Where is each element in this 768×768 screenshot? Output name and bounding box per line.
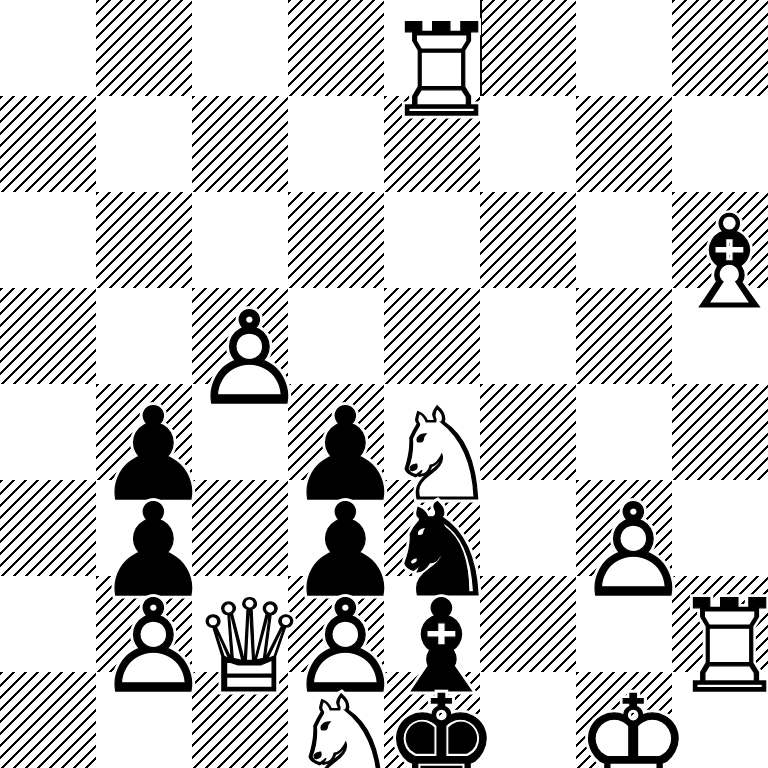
square-b4[interactable]: ♟♟ [96,384,192,480]
square-d8[interactable] [288,0,384,96]
square-e3[interactable]: ♞♞ [384,480,480,576]
black-king-glyph: ♚ [384,679,499,768]
white-rook-glyph: ♖ [384,7,499,135]
square-d3[interactable]: ♟♟ [288,480,384,576]
square-c7[interactable] [192,96,288,192]
square-b3[interactable]: ♟♟ [96,480,192,576]
square-c2[interactable]: ♛♕ [192,576,288,672]
square-g3[interactable]: ♟♙ [576,480,672,576]
piece-white-pawn[interactable]: ♟♙ [192,288,288,384]
square-c8[interactable] [192,0,288,96]
square-d2[interactable]: ♟♙ [288,576,384,672]
square-e8[interactable]: ♜♖ [384,0,480,96]
white-king-glyph: ♔ [576,679,691,768]
square-e5[interactable] [384,288,480,384]
square-e1[interactable]: ♚♚ [384,672,480,768]
piece-black-pawn[interactable]: ♟♟ [96,384,192,480]
square-b7[interactable] [96,96,192,192]
square-h7[interactable] [672,96,768,192]
square-d7[interactable] [288,96,384,192]
chess-board: ♜♖♝♗♟♙♟♟♟♟♞♘♟♟♟♟♞♞♟♙♟♙♛♕♟♙♝♝♜♖♞♘♚♚♚♔ [0,0,768,768]
square-a4[interactable] [0,384,96,480]
square-e4[interactable]: ♞♘ [384,384,480,480]
piece-white-pawn[interactable]: ♟♙ [576,480,672,576]
square-d6[interactable] [288,192,384,288]
square-a8[interactable] [0,0,96,96]
square-g8[interactable] [576,0,672,96]
piece-black-pawn[interactable]: ♟♟ [288,384,384,480]
white-bishop-glyph: ♗ [672,199,768,327]
square-d4[interactable]: ♟♟ [288,384,384,480]
piece-black-knight[interactable]: ♞♞ [384,480,480,576]
square-b8[interactable] [96,0,192,96]
square-a6[interactable] [0,192,96,288]
square-a2[interactable] [0,576,96,672]
piece-white-knight[interactable]: ♞♘ [288,672,384,768]
square-h8[interactable] [672,0,768,96]
square-d1[interactable]: ♞♘ [288,672,384,768]
square-c6[interactable] [192,192,288,288]
square-e6[interactable] [384,192,480,288]
piece-white-pawn[interactable]: ♟♙ [96,576,192,672]
piece-black-pawn[interactable]: ♟♟ [96,480,192,576]
square-b6[interactable] [96,192,192,288]
square-e2[interactable]: ♝♝ [384,576,480,672]
square-b2[interactable]: ♟♙ [96,576,192,672]
square-c5[interactable]: ♟♙ [192,288,288,384]
square-g1[interactable]: ♚♔ [576,672,672,768]
square-a1[interactable] [0,672,96,768]
square-h4[interactable] [672,384,768,480]
square-g7[interactable] [576,96,672,192]
square-f5[interactable] [480,288,576,384]
piece-white-knight[interactable]: ♞♘ [384,384,480,480]
square-h2[interactable]: ♜♖ [672,576,768,672]
piece-white-rook[interactable]: ♜♖ [672,576,768,672]
square-f6[interactable] [480,192,576,288]
square-a3[interactable] [0,480,96,576]
square-g4[interactable] [576,384,672,480]
square-g6[interactable] [576,192,672,288]
square-a7[interactable] [0,96,96,192]
square-b5[interactable] [96,288,192,384]
screenshot-stage: ♜♖♝♗♟♙♟♟♟♟♞♘♟♟♟♟♞♞♟♙♟♙♛♕♟♙♝♝♜♖♞♘♚♚♚♔ [0,0,768,768]
piece-black-king[interactable]: ♚♚ [384,672,480,768]
piece-white-king[interactable]: ♚♔ [576,672,672,768]
piece-black-pawn[interactable]: ♟♟ [288,480,384,576]
square-a5[interactable] [0,288,96,384]
piece-white-pawn[interactable]: ♟♙ [288,576,384,672]
square-g5[interactable] [576,288,672,384]
square-h6[interactable]: ♝♗ [672,192,768,288]
piece-white-queen[interactable]: ♛♕ [192,576,288,672]
piece-white-rook[interactable]: ♜♖ [384,0,480,96]
piece-black-bishop[interactable]: ♝♝ [384,576,480,672]
piece-white-bishop[interactable]: ♝♗ [672,192,768,288]
